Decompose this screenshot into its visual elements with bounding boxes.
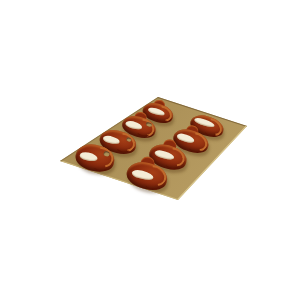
pretzel-knot-shadow — [91, 157, 109, 171]
scene — [0, 0, 300, 300]
pretzel-tray-items — [0, 0, 300, 300]
